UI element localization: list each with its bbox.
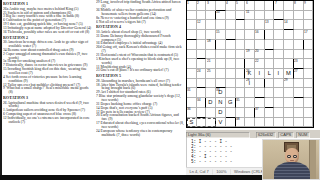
grid-cell[interactable]: 22: [255, 59, 265, 69]
grid-cell[interactable]: N: [216, 98, 226, 108]
clue-number: 2: [197, 1, 199, 4]
grid-cell[interactable]: [284, 59, 294, 69]
grid-cell[interactable]: [226, 20, 236, 30]
grid-cell[interactable]: 28I: [245, 79, 255, 89]
grid-cell[interactable]: [304, 11, 314, 21]
clue-number: 10: [216, 10, 220, 13]
grid-cell[interactable]: 25: [206, 69, 216, 79]
grid-size-label: 626x632: [256, 132, 275, 138]
caps-indicator: CAPS: [278, 132, 293, 138]
clue-number: 16: [255, 30, 259, 33]
grid-cell[interactable]: [255, 88, 265, 98]
grid-cell[interactable]: [274, 98, 284, 108]
grid-cell[interactable]: 27: [294, 69, 304, 79]
grid-cell[interactable]: [206, 108, 216, 118]
grid-cell[interactable]: 8: [294, 1, 304, 11]
clue-number: 11: [246, 10, 249, 13]
clue-number: 27: [294, 69, 298, 72]
grid-cell[interactable]: 35: [236, 98, 246, 108]
grid-cell[interactable]: 20: [255, 50, 265, 60]
grid-cell[interactable]: [274, 40, 284, 50]
clue-number: 9: [304, 1, 306, 4]
grid-cell[interactable]: [265, 30, 275, 40]
entered-letter: L: [267, 71, 272, 76]
grid-cell[interactable]: [216, 50, 226, 60]
clue-number: 38: [236, 117, 240, 120]
crossword-grid[interactable]: 1234567891011121314151617181920212223242…: [186, 0, 314, 128]
grid-cell[interactable]: [236, 69, 246, 79]
grid-cell[interactable]: [265, 1, 275, 11]
grid-cell[interactable]: 23: [294, 59, 304, 69]
grid-cell[interactable]: [304, 40, 314, 50]
grid-cell[interactable]: 38: [236, 118, 246, 128]
clue-number: 20: [255, 49, 259, 52]
grid-cell[interactable]: [236, 11, 246, 21]
grid-cell[interactable]: [284, 88, 294, 98]
clue-number: 21: [207, 59, 211, 62]
grid-cell[interactable]: 19: [245, 50, 255, 60]
grid-cell[interactable]: [284, 118, 294, 128]
entered-letter: D: [208, 100, 213, 105]
clue-number: 15: [216, 30, 220, 33]
grid-cell[interactable]: 24: [197, 69, 207, 79]
cursor-position-label: Ln 4, Col 7: [186, 170, 213, 175]
grid-cell[interactable]: [304, 20, 314, 30]
grid-cell[interactable]: [236, 50, 246, 60]
grid-cell[interactable]: [284, 1, 294, 11]
grid-cell[interactable]: [274, 30, 284, 40]
grid-cell[interactable]: [187, 40, 197, 50]
grid-cell[interactable]: 3: [206, 1, 216, 11]
grid-cell[interactable]: D: [206, 98, 216, 108]
zoom-level-label: 100%: [213, 170, 231, 175]
entered-letter: G: [228, 100, 233, 105]
grid-cell[interactable]: [255, 20, 265, 30]
grid-cell[interactable]: [255, 1, 265, 11]
grid-cell[interactable]: [284, 108, 294, 118]
grid-cell[interactable]: [294, 79, 304, 89]
grid-cell[interactable]: [206, 50, 216, 60]
grid-cell[interactable]: [265, 11, 275, 21]
grid-cell[interactable]: [245, 108, 255, 118]
grid-cell[interactable]: [216, 59, 226, 69]
grid-cell[interactable]: 2: [197, 1, 207, 11]
clue-number: 31: [187, 88, 191, 91]
grid-cell[interactable]: G: [226, 98, 236, 108]
presenter-shirt: [274, 162, 310, 180]
grid-cell[interactable]: 31: [187, 88, 197, 98]
screen: ROTATION 126a Arabic rug, maybe two metr…: [0, 0, 320, 180]
grid-cell[interactable]: 11: [245, 11, 255, 21]
clue: 16 Tiebreaks, possibly after rules are s…: [3, 30, 92, 34]
grid-cell[interactable]: [216, 79, 226, 89]
grid-cell[interactable]: [284, 30, 294, 40]
grid-cell[interactable]: [304, 98, 314, 108]
clue-number: 12: [197, 20, 201, 23]
grid-cell[interactable]: [255, 79, 265, 89]
grid-cell[interactable]: [274, 79, 284, 89]
grid-cell[interactable]: [187, 11, 197, 21]
current-light-label: Light 36a (6): [186, 132, 250, 138]
grid-cell[interactable]: [245, 118, 255, 128]
grid-cell[interactable]: [226, 40, 236, 50]
clue-number: 17: [304, 30, 308, 33]
clue-number: 3: [207, 1, 209, 4]
clue-number: 18: [207, 39, 211, 42]
grid-cells[interactable]: 1234567891011121314151617181920212223242…: [187, 1, 313, 127]
grid-cell[interactable]: [197, 11, 207, 21]
grid-cell[interactable]: [216, 69, 226, 79]
grid-cell[interactable]: [206, 118, 216, 128]
grid-cell[interactable]: [187, 20, 197, 30]
grid-cell[interactable]: 17: [304, 30, 314, 40]
entered-letter: I: [276, 71, 281, 76]
webcam-background: [309, 140, 316, 180]
entered-letter: S: [189, 120, 194, 125]
grid-cell[interactable]: [294, 98, 304, 108]
grid-cell[interactable]: [206, 88, 216, 98]
grid-cell[interactable]: [197, 59, 207, 69]
grid-cell[interactable]: [187, 59, 197, 69]
grid-cell[interactable]: [304, 88, 314, 98]
entered-letter: I: [247, 81, 252, 86]
presenter-glasses: [287, 155, 298, 158]
grid-cell[interactable]: 9: [304, 1, 314, 11]
clue-column-left: ROTATION 126a Arabic rug, maybe two metr…: [3, 0, 92, 123]
grid-cell[interactable]: 21: [206, 59, 216, 69]
grid-cell[interactable]: V: [216, 118, 226, 128]
grid-cell[interactable]: [265, 59, 275, 69]
grid-cell[interactable]: [274, 108, 284, 118]
grid-cell[interactable]: [294, 108, 304, 118]
entered-letter: K: [247, 71, 252, 76]
grid-cell[interactable]: 7: [274, 1, 284, 11]
grid-cell[interactable]: [284, 50, 294, 60]
grid-cell[interactable]: 37: [255, 108, 265, 118]
grid-cell[interactable]: [226, 108, 236, 118]
clue: 24 European whose tendency rises in cont…: [96, 129, 185, 137]
entered-letter: D: [218, 110, 223, 115]
grid-cell[interactable]: [226, 59, 236, 69]
grid-cell[interactable]: [304, 118, 314, 128]
grid-cell[interactable]: [294, 20, 304, 30]
grid-cell[interactable]: [304, 59, 314, 69]
grid-cell[interactable]: I: [274, 69, 284, 79]
grid-cell[interactable]: [304, 69, 314, 79]
grid-cell[interactable]: [304, 50, 314, 60]
clue-number: 19: [246, 49, 250, 52]
clue: 6 Not all of reserve's tigers hit (7): [96, 19, 185, 23]
grid-cell[interactable]: [274, 11, 284, 21]
grid-cell[interactable]: [197, 40, 207, 50]
grid-cell[interactable]: [265, 88, 275, 98]
grid-cell[interactable]: [187, 79, 197, 89]
grid-cell[interactable]: [245, 88, 255, 98]
clue-number: 6: [246, 1, 248, 4]
grid-cell[interactable]: [245, 30, 255, 40]
grid-cell[interactable]: [187, 50, 197, 60]
clue-number: 8: [294, 1, 296, 4]
grid-cell[interactable]: [274, 20, 284, 30]
grid-cell[interactable]: [236, 59, 246, 69]
grid-cell[interactable]: [187, 69, 197, 79]
entered-letter: M: [286, 71, 291, 76]
grid-cell[interactable]: [206, 20, 216, 30]
grid-cell[interactable]: 18: [206, 40, 216, 50]
grid-cell[interactable]: [294, 30, 304, 40]
clue-number: 25: [207, 69, 211, 72]
grid-cell[interactable]: 15: [216, 30, 226, 40]
grid-cell[interactable]: [265, 79, 275, 89]
clue-number: 1: [187, 1, 189, 4]
grid-cell[interactable]: [236, 88, 246, 98]
grid-cell[interactable]: [197, 50, 207, 60]
grid-cell[interactable]: [226, 79, 236, 89]
webcam-overlay[interactable]: [262, 139, 320, 180]
clue-number: 13: [265, 20, 269, 23]
entered-letter: N: [218, 100, 223, 105]
grid-cell[interactable]: S: [187, 118, 197, 128]
grid-cell[interactable]: [294, 11, 304, 21]
clue-number: 5: [236, 1, 238, 4]
grid-cell[interactable]: 33D: [216, 88, 226, 98]
grid-cell[interactable]: [226, 50, 236, 60]
grid-cell[interactable]: [245, 20, 255, 30]
grid-cell[interactable]: [236, 30, 246, 40]
clue-number: 34: [197, 98, 201, 101]
grid-cell[interactable]: 36: [187, 108, 197, 118]
grid-cell[interactable]: 14: [284, 20, 294, 30]
grid-cell[interactable]: [245, 98, 255, 108]
grid-cell[interactable]: [304, 108, 314, 118]
grid-cell[interactable]: [197, 108, 207, 118]
grid-cell[interactable]: 10: [216, 11, 226, 21]
grid-cell[interactable]: [226, 69, 236, 79]
grid-cell[interactable]: [245, 59, 255, 69]
grid-cell[interactable]: 5: [236, 1, 246, 11]
clue: 23 One's out of place? It's no ordinary …: [96, 68, 185, 72]
grid-cell[interactable]: [197, 79, 207, 89]
grid-cell[interactable]: [197, 118, 207, 128]
letterbox-left: [0, 0, 2, 180]
clue: 12 Individually, no one's extremes are i…: [3, 116, 92, 124]
grid-cell[interactable]: [226, 88, 236, 98]
grid-cell[interactable]: [294, 118, 304, 128]
grid-cell[interactable]: [265, 108, 275, 118]
grid-cell[interactable]: I: [255, 69, 265, 79]
grid-cell[interactable]: [226, 30, 236, 40]
clue-column-middle: 29 Long, involved trip finding South Afr…: [96, 0, 185, 136]
grid-cell[interactable]: [255, 11, 265, 21]
grid-cell[interactable]: [197, 30, 207, 40]
grid-cell[interactable]: [274, 50, 284, 60]
clue-number: 14: [284, 20, 288, 23]
grid-cell[interactable]: 16: [255, 30, 265, 40]
grid-cell[interactable]: 34: [197, 98, 207, 108]
clue-number: 7: [275, 1, 277, 4]
grid-cell[interactable]: [294, 50, 304, 60]
grid-cell[interactable]: [265, 50, 275, 60]
grid-cell[interactable]: [226, 11, 236, 21]
num-indicator: NUM: [296, 132, 309, 138]
clue-number: 36: [187, 107, 191, 110]
entered-letter: V: [218, 120, 223, 125]
clue-number: 24: [197, 69, 201, 72]
grid-cell[interactable]: [284, 11, 294, 21]
clue-number: 22: [255, 59, 259, 62]
grid-cell[interactable]: 29: [284, 79, 294, 89]
clue-number: 4: [226, 1, 228, 4]
grid-cell[interactable]: [187, 30, 197, 40]
grid-cell[interactable]: [284, 40, 294, 50]
clue-number: 35: [236, 98, 240, 101]
grid-cell[interactable]: [294, 88, 304, 98]
clue: 9 'What has a small charge?' Seal's mise…: [3, 86, 92, 94]
grid-cell[interactable]: [274, 88, 284, 98]
entered-letter: D: [218, 90, 223, 95]
grid-cell[interactable]: [265, 118, 275, 128]
grid-cell[interactable]: [265, 40, 275, 50]
grid-cell[interactable]: [226, 118, 236, 128]
grid-cell[interactable]: 1: [187, 1, 197, 11]
grid-cell[interactable]: L: [265, 69, 275, 79]
grid-cell[interactable]: [206, 79, 216, 89]
grid-cell[interactable]: [255, 118, 265, 128]
clue-number: 37: [255, 107, 259, 110]
grid-cell[interactable]: [216, 40, 226, 50]
grid-cell[interactable]: [236, 79, 246, 89]
grid-cell[interactable]: [284, 98, 294, 108]
grid-cell[interactable]: 4: [226, 1, 236, 11]
grid-cell[interactable]: [197, 88, 207, 98]
clue-number: 23: [294, 59, 298, 62]
clue-number: 29: [284, 78, 288, 81]
grid-cell[interactable]: [304, 79, 314, 89]
grid-cell[interactable]: [236, 40, 246, 50]
grid-cell[interactable]: [294, 40, 304, 50]
grid-cell[interactable]: [206, 11, 216, 21]
grid-cell[interactable]: [274, 118, 284, 128]
entered-letter: I: [257, 71, 262, 76]
grid-cell[interactable]: 13: [265, 20, 275, 30]
grid-cell[interactable]: [236, 20, 246, 30]
grid-cell[interactable]: [274, 59, 284, 69]
grid-cell[interactable]: D: [216, 108, 226, 118]
grid-cell[interactable]: [265, 98, 275, 108]
grid-cell[interactable]: 12: [197, 20, 207, 30]
grid-cell[interactable]: [216, 20, 226, 30]
